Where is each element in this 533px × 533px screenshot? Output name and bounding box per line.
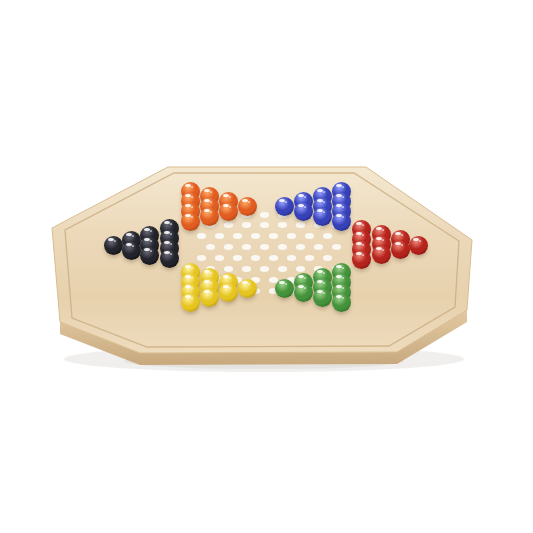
marble-yellow[interactable] xyxy=(181,293,200,312)
marble-yellow[interactable] xyxy=(200,288,219,307)
board-hole[interactable] xyxy=(296,266,305,272)
marble-black[interactable] xyxy=(122,241,141,260)
board-hole[interactable] xyxy=(287,233,296,239)
board-hole[interactable] xyxy=(251,233,260,239)
marble-orange[interactable] xyxy=(238,197,257,216)
marble-yellow[interactable] xyxy=(219,283,238,302)
marble-red[interactable] xyxy=(372,245,391,264)
board-hole[interactable] xyxy=(269,233,278,239)
board-hole[interactable] xyxy=(260,212,269,218)
marble-orange[interactable] xyxy=(200,207,219,226)
marble-black[interactable] xyxy=(140,246,159,265)
board-hole[interactable] xyxy=(233,255,242,261)
board-hole[interactable] xyxy=(278,266,287,272)
board-hole[interactable] xyxy=(251,255,260,261)
board-hole[interactable] xyxy=(224,244,233,250)
board-hole[interactable] xyxy=(242,244,251,250)
board-top xyxy=(52,167,472,353)
marble-red[interactable] xyxy=(391,240,410,259)
board-hole[interactable] xyxy=(314,244,323,250)
marble-red[interactable] xyxy=(352,250,371,269)
board-hole[interactable] xyxy=(296,222,305,228)
marble-green[interactable] xyxy=(294,283,313,302)
board-hole[interactable] xyxy=(332,244,341,250)
board-hole[interactable] xyxy=(197,233,206,239)
marble-blue[interactable] xyxy=(332,212,351,231)
board-hole[interactable] xyxy=(242,266,251,272)
board-hole[interactable] xyxy=(260,222,269,228)
chinese-checkers-photo xyxy=(0,0,533,533)
board-hole[interactable] xyxy=(224,222,233,228)
board-hole[interactable] xyxy=(305,233,314,239)
marble-orange[interactable] xyxy=(219,202,238,221)
marble-blue[interactable] xyxy=(275,197,294,216)
marble-green[interactable] xyxy=(275,279,294,298)
board-hole[interactable] xyxy=(278,222,287,228)
marble-blue[interactable] xyxy=(294,202,313,221)
board-hole[interactable] xyxy=(206,244,215,250)
board-hole[interactable] xyxy=(197,255,206,261)
marble-green[interactable] xyxy=(313,288,332,307)
board-hole[interactable] xyxy=(260,266,269,272)
board-hole[interactable] xyxy=(287,255,296,261)
board-hole[interactable] xyxy=(215,255,224,261)
board-hole[interactable] xyxy=(323,233,332,239)
board-hole[interactable] xyxy=(323,255,332,261)
marble-black[interactable] xyxy=(104,236,123,255)
marble-green[interactable] xyxy=(332,293,351,312)
board-hole[interactable] xyxy=(215,233,224,239)
board-hole[interactable] xyxy=(224,266,233,272)
marble-blue[interactable] xyxy=(313,207,332,226)
marble-black[interactable] xyxy=(160,249,179,268)
board-hole[interactable] xyxy=(233,233,242,239)
marble-red[interactable] xyxy=(409,236,428,255)
board-hole[interactable] xyxy=(296,244,305,250)
board-hole[interactable] xyxy=(260,244,269,250)
board-hole[interactable] xyxy=(269,255,278,261)
board-hole[interactable] xyxy=(242,222,251,228)
marble-yellow[interactable] xyxy=(238,279,257,298)
board-hole[interactable] xyxy=(305,255,314,261)
marble-orange[interactable] xyxy=(181,212,200,231)
board-hole[interactable] xyxy=(278,244,287,250)
